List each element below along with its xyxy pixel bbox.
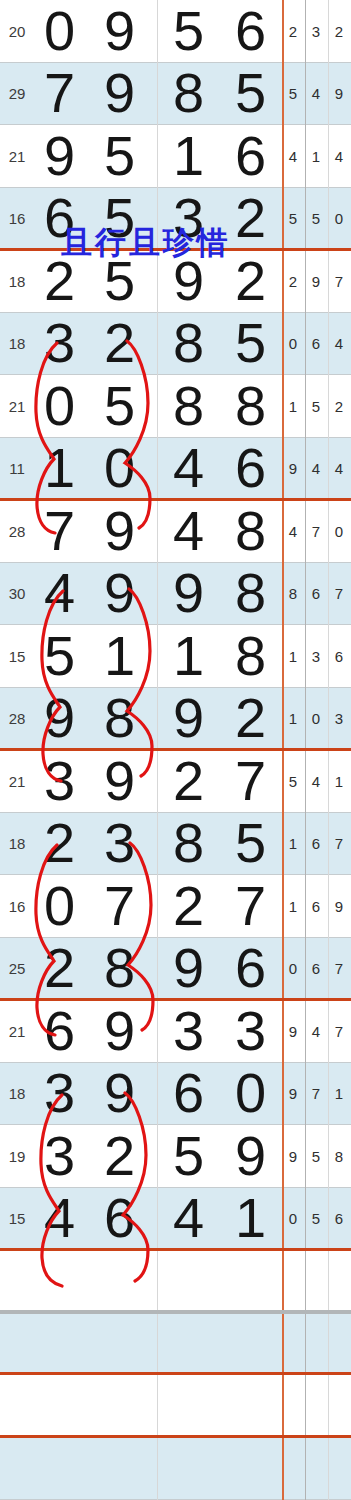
group-separator-line [0,1435,351,1438]
number-row: 200956232 [0,0,351,63]
main-digit-cell: 8 [173,315,203,371]
tail-digit-cell: 4 [312,773,320,788]
row-sum-label: 21 [9,1023,26,1038]
row-sum-label: 16 [9,898,26,913]
tail-digit-cell: 1 [289,836,297,851]
row-sum-label: 18 [9,1086,26,1101]
tail-digit-cell: 1 [289,898,297,913]
row-sum-label: 15 [9,648,26,663]
main-digit-cell: 9 [173,690,203,746]
row-sum-label: 11 [9,461,25,476]
main-digit-cell: 4 [173,503,203,559]
tail-digit-cell: 4 [312,461,320,476]
row-sum-label: 28 [9,523,26,538]
tail-digit-cell: 6 [312,586,320,601]
tail-digit-cell: 1 [312,148,320,163]
tail-digit-cell: 0 [289,336,297,351]
number-row: 155118136 [0,625,351,688]
tail-digit-cell: 5 [289,211,297,226]
main-digit-cell: 7 [235,753,265,809]
main-digit-cell: 3 [104,815,134,871]
main-digit-cell: 0 [44,878,74,934]
row-sum-label: 21 [9,398,26,413]
main-digit-cell: 2 [44,815,74,871]
tail-digit-cell: 5 [312,398,320,413]
row-sum-label: 29 [9,86,26,101]
number-row: 182385167 [0,813,351,876]
tail-digit-cell: 4 [289,148,297,163]
row-sum-label: 21 [9,148,26,163]
tail-digit-cell: 3 [312,23,320,38]
tail-digit-cell: 4 [289,523,297,538]
tail-digit-cell: 3 [312,648,320,663]
main-digit-cell: 9 [173,253,203,309]
tail-digit-cell: 4 [335,461,343,476]
tail-digit-cell: 7 [335,1023,343,1038]
tail-digit-cell: 9 [289,1148,297,1163]
empty-row [0,1438,351,1500]
number-row: 160727169 [0,875,351,938]
tail-digit-cell: 6 [335,1211,343,1226]
tail-digit-cell: 2 [335,398,343,413]
main-digit-cell: 9 [104,1003,134,1059]
tail-digit-cell: 7 [335,586,343,601]
main-digit-cell: 4 [44,1190,74,1246]
tail-digit-cell: 0 [335,211,343,226]
row-sum-label: 19 [9,1148,26,1163]
empty-row [0,1375,351,1438]
row-sum-label: 20 [9,23,26,38]
main-digit-cell: 7 [104,878,134,934]
main-digit-cell: 9 [104,1065,134,1121]
gray-separator-line [0,1310,351,1314]
main-digit-cell: 1 [44,440,74,496]
main-digit-cell: 9 [104,65,134,121]
row-sum-label: 28 [9,711,26,726]
main-digit-cell: 6 [44,1003,74,1059]
main-digit-cell: 7 [44,65,74,121]
main-digit-cell: 0 [44,378,74,434]
main-digit-cell: 2 [235,190,265,246]
main-digit-cell: 5 [104,253,134,309]
tail-digit-cell: 5 [312,1148,320,1163]
main-digit-cell: 4 [173,1190,203,1246]
main-digit-cell: 8 [235,503,265,559]
row-sum-label: 18 [9,836,26,851]
tail-digit-cell: 1 [289,648,297,663]
row-sum-label: 21 [9,773,26,788]
tail-digit-cell: 9 [335,898,343,913]
tail-digit-cell: 8 [289,586,297,601]
main-digit-cell: 8 [173,815,203,871]
main-digit-cell: 9 [44,690,74,746]
tail-digit-cell: 4 [312,1023,320,1038]
main-digit-cell: 9 [44,128,74,184]
main-digit-cell: 2 [173,753,203,809]
row-sum-label: 30 [9,586,26,601]
tail-digit-cell: 6 [312,336,320,351]
main-digit-cell: 6 [235,940,265,996]
number-row: 154641056 [0,1188,351,1251]
group-separator-line [0,1372,351,1375]
tail-digit-cell: 9 [312,273,320,288]
main-digit-cell: 5 [173,1128,203,1184]
tail-digit-cell: 5 [312,1211,320,1226]
main-digit-cell: 6 [235,3,265,59]
number-row: 210588152 [0,375,351,438]
tail-digit-cell: 6 [335,648,343,663]
tail-digit-cell: 0 [312,711,320,726]
main-digit-cell: 1 [173,628,203,684]
tail-digit-cell: 0 [289,1211,297,1226]
main-digit-cell: 8 [235,565,265,621]
main-digit-cell: 5 [235,65,265,121]
main-digit-cell: 1 [235,1190,265,1246]
main-digit-cell: 2 [44,253,74,309]
main-digit-cell: 5 [173,3,203,59]
main-digit-cell: 5 [44,628,74,684]
main-digit-cell: 3 [44,753,74,809]
tail-digit-cell: 9 [289,1023,297,1038]
main-digit-cell: 3 [44,1128,74,1184]
tail-digit-cell: 2 [335,23,343,38]
main-digit-cell: 5 [104,128,134,184]
tail-digit-cell: 3 [335,711,343,726]
tail-digit-cell: 6 [312,898,320,913]
number-row: 111046944 [0,438,351,501]
lottery-trend-board: 2009562322979855492195164141665325501825… [0,0,351,1500]
main-digit-cell: 1 [104,628,134,684]
tail-digit-cell: 7 [335,836,343,851]
tail-digit-cell: 1 [335,1086,343,1101]
tail-digit-cell: 1 [289,398,297,413]
main-digit-cell: 6 [235,128,265,184]
main-digit-cell: 6 [235,440,265,496]
main-digit-cell: 4 [173,440,203,496]
tail-digit-cell: 0 [335,523,343,538]
tail-digit-cell: 7 [312,523,320,538]
row-sum-label: 15 [9,1211,26,1226]
number-row: 193259958 [0,1125,351,1188]
number-row: 304998867 [0,563,351,626]
main-digit-cell: 2 [104,1128,134,1184]
number-row: 252896067 [0,938,351,1001]
tail-digit-cell: 6 [312,836,320,851]
main-digit-cell: 7 [44,503,74,559]
main-digit-cell: 2 [235,253,265,309]
main-digit-cell: 2 [235,690,265,746]
tail-digit-cell: 8 [335,1148,343,1163]
main-digit-cell: 9 [104,503,134,559]
row-sum-label: 18 [9,273,26,288]
tail-digit-cell: 7 [335,273,343,288]
number-row: 219516414 [0,125,351,188]
main-digit-cell: 2 [104,315,134,371]
main-digit-cell: 2 [173,878,203,934]
main-digit-cell: 4 [44,565,74,621]
tail-digit-cell: 2 [289,23,297,38]
row-sum-label: 16 [9,211,26,226]
tail-digit-cell: 9 [335,86,343,101]
tail-digit-cell: 5 [289,86,297,101]
main-digit-cell: 9 [104,565,134,621]
main-digit-cell: 9 [173,565,203,621]
tail-digit-cell: 4 [312,86,320,101]
empty-row [0,1313,351,1376]
main-digit-cell: 9 [104,753,134,809]
main-digit-cell: 9 [104,3,134,59]
empty-row [0,1250,351,1313]
number-row: 297985549 [0,63,351,126]
main-digit-cell: 3 [44,1065,74,1121]
main-digit-cell: 8 [235,378,265,434]
main-digit-cell: 5 [235,815,265,871]
main-digit-cell: 0 [44,3,74,59]
main-digit-cell: 0 [235,1065,265,1121]
tail-digit-cell: 7 [335,961,343,976]
tail-digit-cell: 6 [312,961,320,976]
main-digit-cell: 8 [104,690,134,746]
main-digit-cell: 7 [235,878,265,934]
tail-digit-cell: 4 [335,148,343,163]
main-digit-cell: 9 [235,1128,265,1184]
main-digit-cell: 5 [235,315,265,371]
main-digit-cell: 3 [173,1003,203,1059]
main-digit-cell: 8 [173,65,203,121]
main-digit-cell: 2 [44,940,74,996]
number-row: 216933947 [0,1000,351,1063]
tail-digit-cell: 1 [335,773,343,788]
group-separator-line [0,1248,351,1251]
tail-digit-cell: 7 [312,1086,320,1101]
number-row: 289892103 [0,688,351,751]
number-row: 183285064 [0,313,351,376]
main-digit-cell: 6 [104,1190,134,1246]
group-separator-line [0,998,351,1001]
main-digit-cell: 5 [104,378,134,434]
group-separator-line [0,748,351,751]
tail-digit-cell: 9 [289,1086,297,1101]
main-digit-cell: 8 [104,940,134,996]
number-row: 183960971 [0,1063,351,1126]
main-digit-cell: 6 [173,1065,203,1121]
row-sum-label: 18 [9,336,26,351]
main-digit-cell: 1 [173,128,203,184]
main-digit-cell: 8 [235,628,265,684]
tail-digit-cell: 4 [335,336,343,351]
main-digit-cell: 9 [173,940,203,996]
main-digit-cell: 3 [235,1003,265,1059]
number-row: 287948470 [0,500,351,563]
tail-digit-cell: 0 [289,961,297,976]
main-digit-cell: 8 [173,378,203,434]
main-digit-cell: 0 [104,440,134,496]
group-separator-line [0,498,351,501]
watermark-text: 且行且珍惜 [61,227,231,258]
number-row: 213927541 [0,750,351,813]
tail-digit-cell: 9 [289,461,297,476]
row-sum-label: 25 [9,961,26,976]
tail-digit-cell: 2 [289,273,297,288]
tail-digit-cell: 5 [312,211,320,226]
main-digit-cell: 3 [44,315,74,371]
tail-digit-cell: 1 [289,711,297,726]
tail-digit-cell: 5 [289,773,297,788]
